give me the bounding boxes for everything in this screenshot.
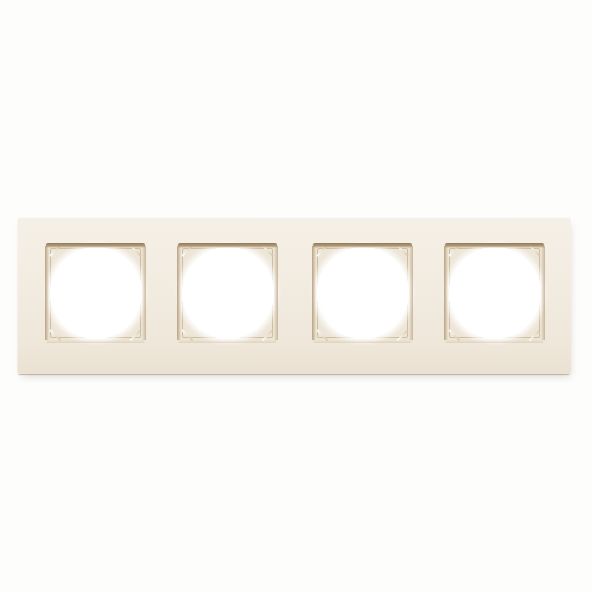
frame-opening-1 [45, 243, 146, 343]
corner-claw-mark [397, 329, 409, 341]
opening-right-bevel-shadow [409, 246, 413, 340]
corner-claw-mark [181, 329, 193, 341]
product-photo-canvas [0, 0, 592, 592]
corner-claw-mark [130, 245, 142, 257]
corner-claw-mark [316, 245, 328, 257]
frame-opening-2 [177, 243, 278, 343]
corner-claw-mark [262, 329, 274, 341]
corner-claw-mark [397, 245, 409, 257]
corner-claw-mark [181, 245, 193, 257]
corner-claw-mark [448, 245, 460, 257]
corner-claw-mark [49, 329, 61, 341]
opening-circular-cutout [49, 247, 142, 340]
opening-right-bevel-shadow [541, 246, 545, 340]
corner-claw-mark [529, 329, 541, 341]
corner-claw-mark [49, 245, 61, 257]
opening-circular-cutout [448, 247, 541, 340]
frame-opening-3 [312, 243, 413, 343]
corner-claw-mark [262, 245, 274, 257]
frame-opening-4 [444, 243, 545, 343]
opening-circular-cutout [316, 247, 409, 340]
faceplate-frame [17, 217, 571, 374]
opening-right-bevel-shadow [274, 246, 278, 340]
opening-right-bevel-shadow [142, 246, 146, 340]
opening-circular-cutout [181, 247, 274, 340]
corner-claw-mark [529, 245, 541, 257]
corner-claw-mark [448, 329, 460, 341]
corner-claw-mark [316, 329, 328, 341]
corner-claw-mark [130, 329, 142, 341]
